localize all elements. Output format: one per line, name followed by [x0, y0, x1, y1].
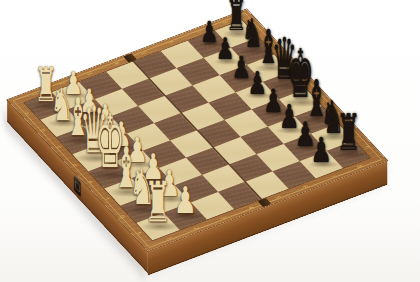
piece-black-pawn-h7[interactable]: ♟ [310, 134, 331, 169]
piece-white-pawn-h2[interactable]: ♟ [174, 183, 197, 220]
piece-black-rook-h8[interactable]: ♜ [336, 108, 360, 158]
chess-set-photo: aa11bb22cc33dd44ee55ff66gg77hh88 ♜♞♝♛♚♝♞… [0, 0, 420, 282]
piece-white-rook-h1[interactable]: ♜ [145, 176, 172, 231]
